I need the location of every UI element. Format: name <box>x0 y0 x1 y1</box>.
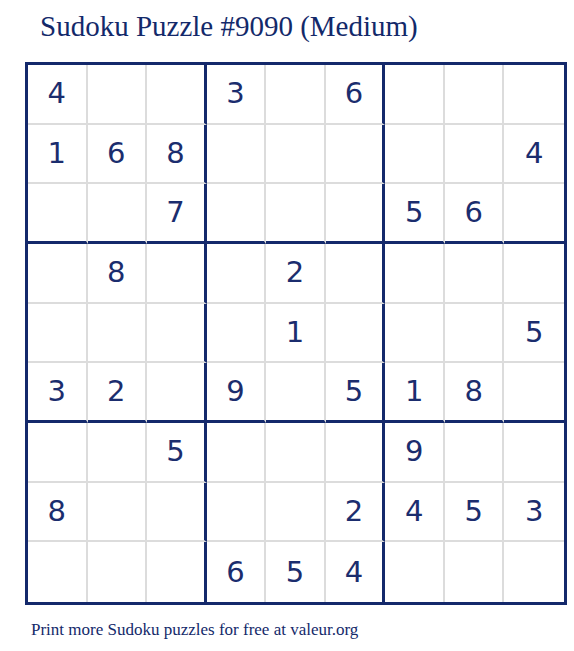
cell-r2c5 <box>266 125 326 185</box>
cell-r1c8 <box>445 65 505 125</box>
cell-r5c8 <box>445 304 505 364</box>
cell-r7c3: 5 <box>147 423 207 483</box>
cell-r2c7 <box>385 125 445 185</box>
cell-r5c5: 1 <box>266 304 326 364</box>
cell-r1c6: 6 <box>326 65 386 125</box>
cell-r1c4: 3 <box>207 65 267 125</box>
cell-r7c5 <box>266 423 326 483</box>
cell-r3c9 <box>504 184 564 244</box>
cell-r6c9 <box>504 363 564 423</box>
cell-r9c1 <box>28 542 88 602</box>
cell-r8c6: 2 <box>326 483 386 543</box>
cell-r9c9 <box>504 542 564 602</box>
cell-r5c2 <box>88 304 148 364</box>
cell-r3c6 <box>326 184 386 244</box>
cell-r8c4 <box>207 483 267 543</box>
cell-r7c2 <box>88 423 148 483</box>
cell-r4c1 <box>28 244 88 304</box>
cell-r2c6 <box>326 125 386 185</box>
cell-r7c6 <box>326 423 386 483</box>
cell-r6c8: 8 <box>445 363 505 423</box>
cell-r2c4 <box>207 125 267 185</box>
cell-r5c6 <box>326 304 386 364</box>
cell-r4c4 <box>207 244 267 304</box>
cell-r3c2 <box>88 184 148 244</box>
cell-r3c4 <box>207 184 267 244</box>
page-title: Sudoku Puzzle #9090 (Medium) <box>40 10 418 43</box>
cell-r3c1 <box>28 184 88 244</box>
cell-r8c3 <box>147 483 207 543</box>
cell-r2c2: 6 <box>88 125 148 185</box>
cell-r7c4 <box>207 423 267 483</box>
cell-r4c5: 2 <box>266 244 326 304</box>
cell-r1c3 <box>147 65 207 125</box>
cell-r7c8 <box>445 423 505 483</box>
cell-r7c1 <box>28 423 88 483</box>
cell-r6c2: 2 <box>88 363 148 423</box>
cell-r5c3 <box>147 304 207 364</box>
cell-r3c8: 6 <box>445 184 505 244</box>
cell-r9c4: 6 <box>207 542 267 602</box>
cell-r1c2 <box>88 65 148 125</box>
cell-r2c3: 8 <box>147 125 207 185</box>
cell-r4c2: 8 <box>88 244 148 304</box>
cell-r6c5 <box>266 363 326 423</box>
cell-r8c2 <box>88 483 148 543</box>
cell-r4c9 <box>504 244 564 304</box>
cell-r3c3: 7 <box>147 184 207 244</box>
cell-r9c3 <box>147 542 207 602</box>
cell-r1c1: 4 <box>28 65 88 125</box>
cell-r3c5 <box>266 184 326 244</box>
cell-r7c7: 9 <box>385 423 445 483</box>
cell-r1c5 <box>266 65 326 125</box>
cell-r6c7: 1 <box>385 363 445 423</box>
cell-r2c1: 1 <box>28 125 88 185</box>
cell-r1c7 <box>385 65 445 125</box>
cell-r8c1: 8 <box>28 483 88 543</box>
cell-r4c6 <box>326 244 386 304</box>
cell-r4c8 <box>445 244 505 304</box>
cell-r9c5: 5 <box>266 542 326 602</box>
cell-r1c9 <box>504 65 564 125</box>
cell-r6c3 <box>147 363 207 423</box>
cell-r8c5 <box>266 483 326 543</box>
cell-r9c6: 4 <box>326 542 386 602</box>
footer-text: Print more Sudoku puzzles for free at va… <box>31 620 358 640</box>
cell-r5c4 <box>207 304 267 364</box>
sudoku-grid: 436168475682153295185982453654 <box>25 62 567 605</box>
cell-r7c9 <box>504 423 564 483</box>
cell-r9c8 <box>445 542 505 602</box>
cell-r2c9: 4 <box>504 125 564 185</box>
cell-r5c1 <box>28 304 88 364</box>
cell-r4c3 <box>147 244 207 304</box>
cell-r5c9: 5 <box>504 304 564 364</box>
cell-r9c7 <box>385 542 445 602</box>
cell-r6c1: 3 <box>28 363 88 423</box>
cell-r6c4: 9 <box>207 363 267 423</box>
cell-r5c7 <box>385 304 445 364</box>
cell-r8c8: 5 <box>445 483 505 543</box>
cell-r9c2 <box>88 542 148 602</box>
cell-r6c6: 5 <box>326 363 386 423</box>
cell-r8c9: 3 <box>504 483 564 543</box>
cell-r8c7: 4 <box>385 483 445 543</box>
cell-r2c8 <box>445 125 505 185</box>
cell-r3c7: 5 <box>385 184 445 244</box>
cell-r4c7 <box>385 244 445 304</box>
